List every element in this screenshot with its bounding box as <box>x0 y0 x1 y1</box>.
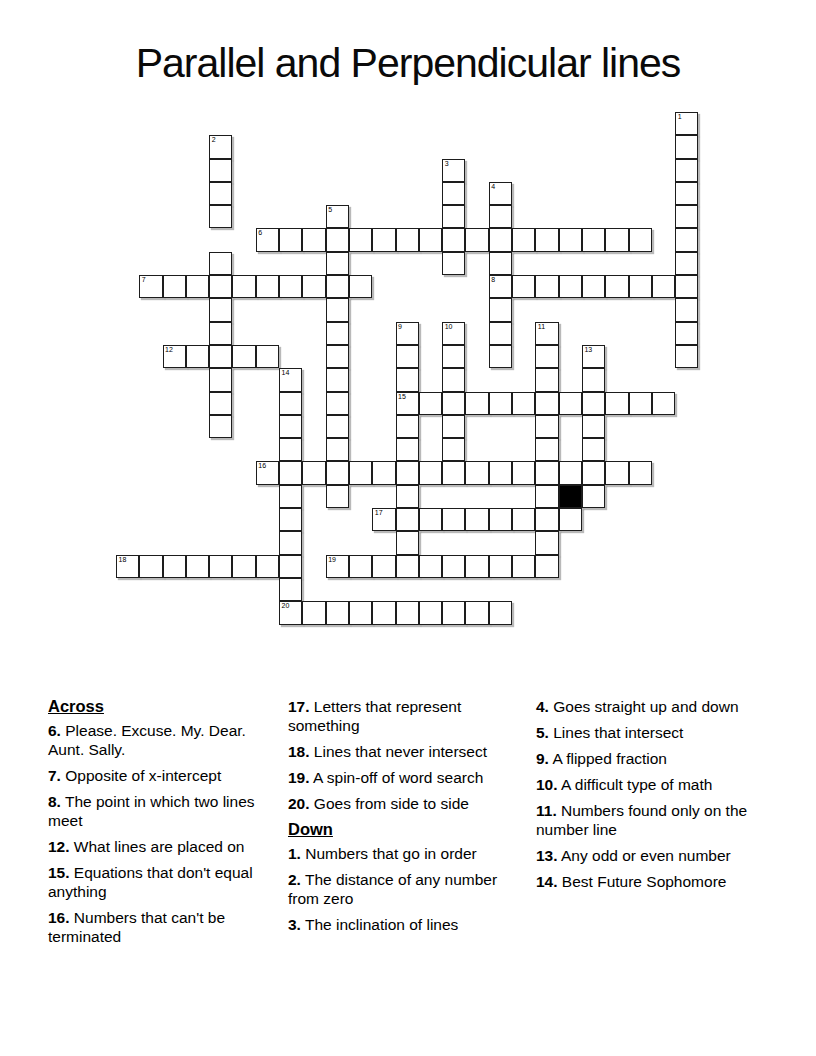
grid-cell[interactable] <box>372 461 395 484</box>
grid-cell[interactable] <box>396 601 419 624</box>
clue-column-1: Across6. Please. Excuse. My. Dear. Aunt.… <box>48 697 262 953</box>
grid-cell[interactable] <box>209 205 232 228</box>
grid-cell[interactable] <box>326 461 349 484</box>
grid-cell[interactable] <box>535 531 558 554</box>
grid-cell[interactable] <box>465 601 488 624</box>
across-clue-16: 16. Numbers that can't be terminated <box>48 908 262 946</box>
grid-cell[interactable] <box>675 275 698 298</box>
grid-cell[interactable] <box>535 555 558 578</box>
grid-cell[interactable] <box>675 345 698 368</box>
grid-cell[interactable] <box>326 392 349 415</box>
clue-num: 9. <box>536 750 549 767</box>
clue-number-label: 16 <box>258 462 266 470</box>
grid-cell[interactable] <box>442 252 465 275</box>
grid-cell[interactable] <box>465 555 488 578</box>
grid-cell[interactable] <box>675 135 698 158</box>
clue-num: 7. <box>48 767 61 784</box>
grid-cell[interactable] <box>326 322 349 345</box>
down-clue-10: 10. A difficult type of math <box>536 775 760 794</box>
grid-cell[interactable] <box>349 461 372 484</box>
grid-cell[interactable] <box>535 368 558 391</box>
across-clue-7: 7. Opposite of x-intercept <box>48 766 262 785</box>
grid-cell[interactable] <box>209 182 232 205</box>
grid-cell[interactable]: 2 <box>209 135 232 158</box>
grid-cell[interactable] <box>209 345 232 368</box>
grid-cell[interactable] <box>419 555 442 578</box>
grid-cell[interactable] <box>512 508 535 531</box>
grid-cell[interactable] <box>279 461 302 484</box>
across-clue-17: 17. Letters that represent something <box>288 697 506 735</box>
clue-num: 2. <box>288 871 301 888</box>
grid-cell[interactable] <box>396 555 419 578</box>
grid-cell[interactable] <box>465 461 488 484</box>
grid-cell[interactable] <box>559 508 582 531</box>
clue-num: 14. <box>536 873 558 890</box>
grid-cell[interactable] <box>535 228 558 251</box>
grid-cell[interactable] <box>442 345 465 368</box>
down-clue-5: 5. Lines that intersect <box>536 723 760 742</box>
clue-num: 8. <box>48 793 61 810</box>
grid-cell[interactable] <box>512 461 535 484</box>
grid-cell[interactable] <box>675 159 698 182</box>
down-clue-1: 1. Numbers that go in order <box>288 844 506 863</box>
grid-cell[interactable] <box>256 345 279 368</box>
grid-cell[interactable] <box>302 601 325 624</box>
down-clue-9: 9. A flipped fraction <box>536 749 760 768</box>
clue-num: 10. <box>536 776 558 793</box>
clue-number-label: 11 <box>538 323 545 331</box>
grid-cell[interactable] <box>279 508 302 531</box>
grid-cell[interactable] <box>209 252 232 275</box>
grid-cell[interactable] <box>326 485 349 508</box>
clue-number-label: 14 <box>282 369 290 377</box>
grid-cell[interactable] <box>396 461 419 484</box>
grid-cell[interactable] <box>349 228 372 251</box>
grid-cell[interactable] <box>186 345 209 368</box>
across-clue-12: 12. What lines are placed on <box>48 837 262 856</box>
grid-cell[interactable] <box>442 555 465 578</box>
page-title: Parallel and Perpendicular lines <box>0 40 816 87</box>
clue-number-label: 18 <box>119 556 127 564</box>
grid-cell[interactable] <box>232 345 255 368</box>
clue-num: 15. <box>48 864 70 881</box>
grid-cell[interactable]: 1 <box>675 112 698 135</box>
grid-cell[interactable] <box>396 485 419 508</box>
crossword-grid: 1234567891011121314151617181920 <box>116 112 698 625</box>
grid-cell[interactable] <box>535 485 558 508</box>
clue-num: 13. <box>536 847 558 864</box>
grid-cell[interactable] <box>372 601 395 624</box>
clue-number-label: 6 <box>258 229 262 237</box>
across-clue-6: 6. Please. Excuse. My. Dear. Aunt. Sally… <box>48 721 262 759</box>
clue-num: 19. <box>288 769 310 786</box>
grid-cell[interactable] <box>629 461 652 484</box>
grid-cell[interactable] <box>279 555 302 578</box>
grid-cell[interactable] <box>163 275 186 298</box>
grid-cell[interactable] <box>372 555 395 578</box>
grid-cell[interactable] <box>442 415 465 438</box>
down-clue-14: 14. Best Future Sophomore <box>536 872 760 891</box>
grid-cell[interactable] <box>512 275 535 298</box>
clue-number-label: 20 <box>282 602 290 610</box>
across-clue-18: 18. Lines that never intersect <box>288 742 506 761</box>
grid-cell[interactable] <box>349 275 372 298</box>
grid-cell[interactable]: 8 <box>489 275 512 298</box>
grid-cell[interactable]: 19 <box>326 555 349 578</box>
grid-cell[interactable] <box>419 601 442 624</box>
across-clue-8: 8. The point in which two lines meet <box>48 792 262 830</box>
clue-num: 4. <box>536 698 549 715</box>
grid-cell[interactable] <box>465 228 488 251</box>
grid-cell[interactable] <box>302 228 325 251</box>
grid-cell[interactable] <box>442 508 465 531</box>
grid-cell[interactable] <box>442 461 465 484</box>
grid-cell[interactable] <box>279 415 302 438</box>
grid-cell[interactable]: 13 <box>582 345 605 368</box>
grid-cell[interactable] <box>675 298 698 321</box>
clue-column-2: 17. Letters that represent something18. … <box>288 697 506 941</box>
clue-num: 11. <box>536 802 557 819</box>
down-clue-3: 3. The inclination of lines <box>288 915 506 934</box>
grid-cell[interactable] <box>629 228 652 251</box>
clue-number-label: 1 <box>678 113 682 121</box>
grid-cell[interactable] <box>209 298 232 321</box>
grid-cell[interactable] <box>675 252 698 275</box>
clue-number-label: 12 <box>165 346 173 354</box>
grid-cell[interactable] <box>279 392 302 415</box>
grid-cell[interactable]: 5 <box>326 205 349 228</box>
grid-cell[interactable] <box>419 461 442 484</box>
grid-cell[interactable] <box>139 555 162 578</box>
grid-cell[interactable] <box>442 182 465 205</box>
grid-cell[interactable] <box>442 438 465 461</box>
grid-cell[interactable] <box>209 392 232 415</box>
clue-num: 18. <box>288 743 310 760</box>
grid-cell[interactable] <box>232 275 255 298</box>
grid-cell[interactable] <box>279 578 302 601</box>
grid-cell[interactable] <box>489 508 512 531</box>
grid-cell[interactable] <box>675 322 698 345</box>
grid-cell[interactable] <box>535 392 558 415</box>
grid-cell[interactable] <box>256 275 279 298</box>
grid-cell[interactable]: 18 <box>116 555 139 578</box>
grid-cell[interactable] <box>535 438 558 461</box>
grid-cell[interactable] <box>605 275 628 298</box>
grid-cell[interactable] <box>652 392 675 415</box>
grid-cell[interactable] <box>442 392 465 415</box>
grid-cell[interactable] <box>396 531 419 554</box>
grid-cell[interactable] <box>326 415 349 438</box>
grid-cell[interactable] <box>559 461 582 484</box>
grid-cell[interactable] <box>582 368 605 391</box>
grid-cell[interactable] <box>675 182 698 205</box>
clue-num: 1. <box>288 845 301 862</box>
across-header: Across <box>48 697 262 716</box>
grid-cell[interactable] <box>209 555 232 578</box>
across-clue-20: 20. Goes from side to side <box>288 794 506 813</box>
grid-cell[interactable] <box>302 461 325 484</box>
grid-cell[interactable] <box>396 415 419 438</box>
clue-num: 6. <box>48 722 61 739</box>
grid-cell[interactable] <box>396 345 419 368</box>
grid-cell[interactable] <box>582 461 605 484</box>
grid-cell[interactable] <box>209 275 232 298</box>
grid-cell[interactable] <box>326 275 349 298</box>
grid-cell[interactable] <box>512 392 535 415</box>
grid-cell[interactable] <box>396 508 419 531</box>
clue-number-label: 13 <box>584 346 592 354</box>
grid-cell[interactable] <box>559 392 582 415</box>
clue-num: 20. <box>288 795 310 812</box>
grid-cell[interactable]: 14 <box>279 368 302 391</box>
grid-cell[interactable] <box>209 368 232 391</box>
grid-cell[interactable] <box>279 531 302 554</box>
grid-cell[interactable] <box>186 555 209 578</box>
grid-cell[interactable] <box>419 228 442 251</box>
grid-cell[interactable] <box>326 601 349 624</box>
grid-cell[interactable] <box>512 228 535 251</box>
grid-cell[interactable] <box>396 228 419 251</box>
down-header: Down <box>288 820 506 839</box>
down-clue-2: 2. The distance of any number from zero <box>288 870 506 908</box>
grid-cell[interactable] <box>232 555 255 578</box>
grid-cell[interactable]: 16 <box>256 461 279 484</box>
grid-cell[interactable] <box>535 508 558 531</box>
grid-cell[interactable] <box>326 252 349 275</box>
grid-cell[interactable] <box>582 415 605 438</box>
grid-cell[interactable] <box>442 601 465 624</box>
grid-cell[interactable]: 9 <box>396 322 419 345</box>
grid-cell[interactable] <box>582 392 605 415</box>
clue-num: 16. <box>48 909 70 926</box>
down-clue-4: 4. Goes straight up and down <box>536 697 760 716</box>
grid-cell[interactable] <box>279 228 302 251</box>
grid-cell[interactable] <box>489 322 512 345</box>
grid-cell[interactable]: 12 <box>163 345 186 368</box>
grid-cell[interactable] <box>326 228 349 251</box>
grid-cell[interactable] <box>256 555 279 578</box>
grid-cell[interactable] <box>629 275 652 298</box>
clue-number-label: 8 <box>491 276 495 284</box>
clue-num: 12. <box>48 838 70 855</box>
grid-cell[interactable] <box>186 275 209 298</box>
clue-number-label: 10 <box>445 323 453 331</box>
grid-cell[interactable] <box>535 275 558 298</box>
grid-cell[interactable] <box>396 368 419 391</box>
grid-cell[interactable] <box>442 205 465 228</box>
grid-cell[interactable] <box>512 555 535 578</box>
clue-number-label: 19 <box>328 556 336 564</box>
grid-cell[interactable] <box>582 438 605 461</box>
grid-cell[interactable] <box>675 228 698 251</box>
grid-cell[interactable] <box>489 392 512 415</box>
grid-cell[interactable]: 17 <box>372 508 395 531</box>
grid-cell[interactable] <box>489 228 512 251</box>
clue-num: 5. <box>536 724 549 741</box>
grid-cell[interactable] <box>489 345 512 368</box>
grid-cell[interactable]: 15 <box>396 392 419 415</box>
grid-cell[interactable] <box>605 461 628 484</box>
clue-number-label: 3 <box>445 160 449 168</box>
grid-cell[interactable] <box>163 555 186 578</box>
down-clue-13: 13. Any odd or even number <box>536 846 760 865</box>
grid-cell[interactable]: 10 <box>442 322 465 345</box>
grid-cell[interactable] <box>349 601 372 624</box>
grid-cell[interactable]: 7 <box>139 275 162 298</box>
grid-cell[interactable]: 20 <box>279 601 302 624</box>
clue-number-label: 4 <box>491 183 495 191</box>
grid-cell[interactable] <box>489 205 512 228</box>
clue-number-label: 17 <box>375 509 383 517</box>
grid-cell[interactable] <box>629 392 652 415</box>
grid-cell[interactable] <box>302 275 325 298</box>
grid-cell[interactable] <box>582 485 605 508</box>
grid-cell[interactable]: 3 <box>442 159 465 182</box>
grid-cell[interactable] <box>605 392 628 415</box>
grid-cell[interactable] <box>209 415 232 438</box>
across-clue-19: 19. A spin-off of word search <box>288 768 506 787</box>
grid-cell[interactable] <box>442 228 465 251</box>
grid-cell[interactable] <box>465 392 488 415</box>
grid-cell[interactable] <box>535 461 558 484</box>
grid-cell[interactable] <box>675 205 698 228</box>
grid-cell[interactable] <box>209 322 232 345</box>
grid-cell[interactable] <box>535 415 558 438</box>
clue-column-3: 4. Goes straight up and down5. Lines tha… <box>536 697 760 898</box>
across-clue-15: 15. Equations that don't equal anything <box>48 863 262 901</box>
grid-cell[interactable] <box>372 228 395 251</box>
grid-cell[interactable] <box>489 298 512 321</box>
grid-cell[interactable] <box>279 485 302 508</box>
clue-num: 17. <box>288 698 310 715</box>
clue-number-label: 15 <box>398 393 406 401</box>
grid-cell[interactable] <box>442 368 465 391</box>
clue-num: 3. <box>288 916 301 933</box>
clue-number-label: 5 <box>328 206 332 214</box>
grid-cell[interactable] <box>349 555 372 578</box>
blocked-cell <box>559 485 582 508</box>
grid-cell[interactable]: 4 <box>489 182 512 205</box>
down-clue-11: 11. Numbers found only on the number lin… <box>536 801 760 839</box>
grid-cell[interactable] <box>396 438 419 461</box>
grid-cell[interactable] <box>419 392 442 415</box>
grid-cell[interactable] <box>279 438 302 461</box>
crossword-page: { "page_title": "Parallel and Perpendicu… <box>0 0 816 1056</box>
grid-cell[interactable] <box>419 508 442 531</box>
grid-cell[interactable] <box>209 159 232 182</box>
grid-cell[interactable] <box>535 345 558 368</box>
grid-cell[interactable]: 6 <box>256 228 279 251</box>
grid-cell[interactable]: 11 <box>535 322 558 345</box>
grid-cell[interactable] <box>582 228 605 251</box>
grid-cell[interactable] <box>652 275 675 298</box>
grid-cell[interactable] <box>605 228 628 251</box>
grid-cell[interactable] <box>489 461 512 484</box>
grid-cell[interactable] <box>326 438 349 461</box>
grid-cell[interactable] <box>582 275 605 298</box>
grid-cell[interactable] <box>279 275 302 298</box>
grid-cell[interactable] <box>465 508 488 531</box>
clue-number-label: 7 <box>142 276 146 284</box>
clue-number-label: 9 <box>398 323 402 331</box>
grid-cell[interactable] <box>326 345 349 368</box>
grid-cell[interactable] <box>489 555 512 578</box>
grid-cell[interactable] <box>326 298 349 321</box>
clue-number-label: 2 <box>212 136 216 144</box>
grid-cell[interactable] <box>326 368 349 391</box>
grid-cell[interactable] <box>489 601 512 624</box>
grid-cell[interactable] <box>559 275 582 298</box>
grid-cell[interactable] <box>489 252 512 275</box>
grid-cell[interactable] <box>559 228 582 251</box>
